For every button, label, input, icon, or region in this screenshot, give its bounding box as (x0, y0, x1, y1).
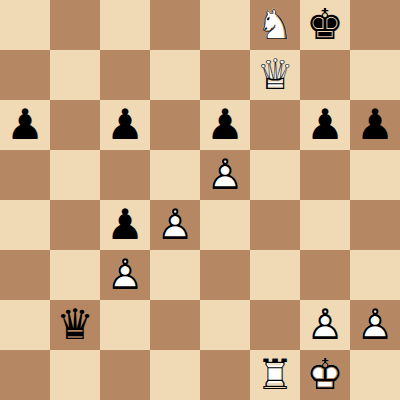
black-pawn-piece[interactable]: ♟ (0, 100, 50, 150)
square-g7[interactable] (300, 50, 350, 100)
square-f4[interactable] (250, 200, 300, 250)
square-c5[interactable] (100, 150, 150, 200)
square-e5[interactable]: ♙ (200, 150, 250, 200)
square-h8[interactable] (350, 0, 400, 50)
white-king-piece[interactable]: ♔ (300, 350, 350, 400)
square-f8[interactable]: ♘ (250, 0, 300, 50)
square-a2[interactable] (0, 300, 50, 350)
square-g5[interactable] (300, 150, 350, 200)
square-f1[interactable]: ♖ (250, 350, 300, 400)
square-f6[interactable] (250, 100, 300, 150)
square-b8[interactable] (50, 0, 100, 50)
square-d1[interactable] (150, 350, 200, 400)
square-e1[interactable] (200, 350, 250, 400)
white-pawn-glyph: ♙ (106, 254, 144, 296)
square-h3[interactable] (350, 250, 400, 300)
square-b1[interactable] (50, 350, 100, 400)
square-c6[interactable]: ♟ (100, 100, 150, 150)
square-h5[interactable] (350, 150, 400, 200)
white-pawn-piece[interactable]: ♙ (350, 300, 400, 350)
square-a8[interactable] (0, 0, 50, 50)
white-pawn-piece[interactable]: ♙ (300, 300, 350, 350)
square-b5[interactable] (50, 150, 100, 200)
black-pawn-piece[interactable]: ♟ (300, 100, 350, 150)
square-e8[interactable] (200, 0, 250, 50)
square-b3[interactable] (50, 250, 100, 300)
white-pawn-glyph: ♙ (156, 204, 194, 246)
square-g6[interactable]: ♟ (300, 100, 350, 150)
square-c4[interactable]: ♟ (100, 200, 150, 250)
white-pawn-piece[interactable]: ♙ (150, 200, 200, 250)
white-queen-glyph: ♕ (256, 54, 294, 96)
white-knight-glyph: ♘ (256, 4, 294, 46)
black-pawn-piece[interactable]: ♟ (100, 200, 150, 250)
black-pawn-piece[interactable]: ♟ (350, 100, 400, 150)
square-b2[interactable]: ♛ (50, 300, 100, 350)
square-e4[interactable] (200, 200, 250, 250)
square-d8[interactable] (150, 0, 200, 50)
square-g3[interactable] (300, 250, 350, 300)
square-d2[interactable] (150, 300, 200, 350)
square-f5[interactable] (250, 150, 300, 200)
white-pawn-glyph: ♙ (206, 154, 244, 196)
white-pawn-piece[interactable]: ♙ (100, 250, 150, 300)
square-h4[interactable] (350, 200, 400, 250)
square-c8[interactable] (100, 0, 150, 50)
square-d3[interactable] (150, 250, 200, 300)
square-b7[interactable] (50, 50, 100, 100)
white-pawn-glyph: ♙ (356, 304, 394, 346)
square-a4[interactable] (0, 200, 50, 250)
square-e2[interactable] (200, 300, 250, 350)
square-d4[interactable]: ♙ (150, 200, 200, 250)
chess-board: ♘♚♕♟♟♟♟♟♙♟♙♙♛♙♙♖♔ (0, 0, 400, 400)
square-a6[interactable]: ♟ (0, 100, 50, 150)
square-f3[interactable] (250, 250, 300, 300)
square-a7[interactable] (0, 50, 50, 100)
square-d6[interactable] (150, 100, 200, 150)
square-h7[interactable] (350, 50, 400, 100)
square-d7[interactable] (150, 50, 200, 100)
square-c3[interactable]: ♙ (100, 250, 150, 300)
square-e6[interactable]: ♟ (200, 100, 250, 150)
square-c2[interactable] (100, 300, 150, 350)
square-d5[interactable] (150, 150, 200, 200)
white-queen-piece[interactable]: ♕ (250, 50, 300, 100)
white-pawn-glyph: ♙ (306, 304, 344, 346)
square-g2[interactable]: ♙ (300, 300, 350, 350)
square-b4[interactable] (50, 200, 100, 250)
black-pawn-piece[interactable]: ♟ (100, 100, 150, 150)
square-f2[interactable] (250, 300, 300, 350)
white-rook-glyph: ♖ (256, 354, 294, 396)
white-pawn-piece[interactable]: ♙ (200, 150, 250, 200)
white-king-glyph: ♔ (306, 354, 344, 396)
square-g4[interactable] (300, 200, 350, 250)
square-g8[interactable]: ♚ (300, 0, 350, 50)
square-c1[interactable] (100, 350, 150, 400)
white-rook-piece[interactable]: ♖ (250, 350, 300, 400)
square-a5[interactable] (0, 150, 50, 200)
square-b6[interactable] (50, 100, 100, 150)
square-h6[interactable]: ♟ (350, 100, 400, 150)
black-king-piece[interactable]: ♚ (300, 0, 350, 50)
square-h1[interactable] (350, 350, 400, 400)
square-f7[interactable]: ♕ (250, 50, 300, 100)
square-c7[interactable] (100, 50, 150, 100)
square-a1[interactable] (0, 350, 50, 400)
square-g1[interactable]: ♔ (300, 350, 350, 400)
square-h2[interactable]: ♙ (350, 300, 400, 350)
black-queen-piece[interactable]: ♛ (50, 300, 100, 350)
white-knight-piece[interactable]: ♘ (250, 0, 300, 50)
square-e3[interactable] (200, 250, 250, 300)
square-a3[interactable] (0, 250, 50, 300)
black-pawn-piece[interactable]: ♟ (200, 100, 250, 150)
square-e7[interactable] (200, 50, 250, 100)
